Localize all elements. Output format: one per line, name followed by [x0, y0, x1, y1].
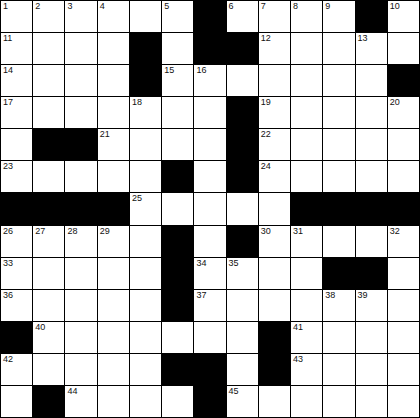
cell-r3c9[interactable] — [259, 65, 290, 96]
cell-r8c11[interactable] — [323, 226, 354, 257]
clue-number-31: 31 — [293, 226, 303, 237]
cell-r4c6[interactable] — [162, 97, 193, 128]
black-cell-r12c6 — [162, 354, 193, 385]
cell-r3c1[interactable]: 14 — [1, 65, 32, 96]
clue-number-23: 23 — [3, 161, 13, 172]
cell-r11c3[interactable] — [65, 322, 96, 353]
cell-r3c12[interactable] — [356, 65, 387, 96]
cell-r10c12[interactable]: 39 — [356, 290, 387, 321]
clue-number-22: 22 — [261, 129, 271, 140]
black-cell-r7c3 — [65, 193, 96, 224]
cell-r5c13[interactable] — [388, 129, 419, 160]
black-cell-r1c12 — [356, 1, 387, 32]
cell-r10c2[interactable] — [33, 290, 64, 321]
cell-r8c10[interactable]: 31 — [291, 226, 322, 257]
clue-number-39: 39 — [358, 290, 368, 301]
cell-r6c11[interactable] — [323, 161, 354, 192]
cell-r13c1[interactable] — [1, 386, 32, 417]
cell-r1c2[interactable]: 2 — [33, 1, 64, 32]
black-cell-r7c4 — [98, 193, 129, 224]
cell-r8c2[interactable]: 27 — [33, 226, 64, 257]
cell-r3c3[interactable] — [65, 65, 96, 96]
clue-number-35: 35 — [229, 258, 239, 269]
clue-number-30: 30 — [261, 226, 271, 237]
cell-r7c9[interactable] — [259, 193, 290, 224]
cell-r11c2[interactable]: 40 — [33, 322, 64, 353]
cell-r2c1[interactable]: 11 — [1, 33, 32, 64]
clue-number-18: 18 — [132, 97, 142, 108]
cell-r4c5[interactable]: 18 — [130, 97, 161, 128]
cell-r12c5[interactable] — [130, 354, 161, 385]
clue-number-17: 17 — [3, 97, 13, 108]
cell-r11c8[interactable] — [227, 322, 258, 353]
cell-r1c5[interactable] — [130, 1, 161, 32]
black-cell-r10c6 — [162, 290, 193, 321]
cell-r5c1[interactable] — [1, 129, 32, 160]
cell-r9c7[interactable]: 34 — [194, 258, 225, 289]
cell-r13c10[interactable] — [291, 386, 322, 417]
cell-r9c1[interactable]: 33 — [1, 258, 32, 289]
black-cell-r3c5 — [130, 65, 161, 96]
cell-r6c13[interactable] — [388, 161, 419, 192]
cell-r4c9[interactable]: 19 — [259, 97, 290, 128]
cell-r4c13[interactable]: 20 — [388, 97, 419, 128]
cell-r6c9[interactable]: 24 — [259, 161, 290, 192]
clue-number-2: 2 — [35, 1, 40, 12]
cell-r10c3[interactable] — [65, 290, 96, 321]
cell-r9c4[interactable] — [98, 258, 129, 289]
cell-r5c9[interactable]: 22 — [259, 129, 290, 160]
cell-r12c13[interactable] — [388, 354, 419, 385]
clue-number-5: 5 — [164, 1, 169, 12]
cell-r7c8[interactable] — [227, 193, 258, 224]
black-cell-r13c2 — [33, 386, 64, 417]
cell-r6c10[interactable] — [291, 161, 322, 192]
cell-r2c12[interactable]: 13 — [356, 33, 387, 64]
cell-r12c11[interactable] — [323, 354, 354, 385]
cell-r11c11[interactable] — [323, 322, 354, 353]
clue-number-13: 13 — [358, 33, 368, 44]
clue-number-10: 10 — [390, 1, 400, 12]
cell-r4c4[interactable] — [98, 97, 129, 128]
cell-r4c12[interactable] — [356, 97, 387, 128]
clue-number-6: 6 — [229, 1, 234, 12]
cell-r4c11[interactable] — [323, 97, 354, 128]
clue-number-14: 14 — [3, 65, 13, 76]
black-cell-r9c11 — [323, 258, 354, 289]
black-cell-r2c8 — [227, 33, 258, 64]
clue-number-20: 20 — [390, 97, 400, 108]
cell-r8c13[interactable]: 32 — [388, 226, 419, 257]
cell-r12c12[interactable] — [356, 354, 387, 385]
cell-r2c9[interactable]: 12 — [259, 33, 290, 64]
black-cell-r9c12 — [356, 258, 387, 289]
cell-r2c2[interactable] — [33, 33, 64, 64]
cell-r11c6[interactable] — [162, 322, 193, 353]
black-cell-r7c1 — [1, 193, 32, 224]
cell-r8c7[interactable] — [194, 226, 225, 257]
cell-r1c8[interactable]: 6 — [227, 1, 258, 32]
clue-number-27: 27 — [35, 226, 45, 237]
cell-r5c11[interactable] — [323, 129, 354, 160]
cell-r12c1[interactable]: 42 — [1, 354, 32, 385]
cell-r13c3[interactable]: 44 — [65, 386, 96, 417]
cell-r11c5[interactable] — [130, 322, 161, 353]
cell-r1c6[interactable]: 5 — [162, 1, 193, 32]
clue-number-37: 37 — [196, 290, 206, 301]
black-cell-r7c10 — [291, 193, 322, 224]
cell-r4c1[interactable]: 17 — [1, 97, 32, 128]
clue-number-43: 43 — [293, 354, 303, 365]
cell-r9c3[interactable] — [65, 258, 96, 289]
cell-r5c4[interactable]: 21 — [98, 129, 129, 160]
cell-r9c9[interactable] — [259, 258, 290, 289]
cell-r5c10[interactable] — [291, 129, 322, 160]
clue-number-12: 12 — [261, 33, 271, 44]
cell-r12c8[interactable] — [227, 354, 258, 385]
clue-number-38: 38 — [325, 290, 335, 301]
cell-r5c7[interactable] — [194, 129, 225, 160]
cell-r2c13[interactable] — [388, 33, 419, 64]
black-cell-r7c11 — [323, 193, 354, 224]
cell-r2c6[interactable] — [162, 33, 193, 64]
cell-r8c12[interactable] — [356, 226, 387, 257]
clue-number-34: 34 — [196, 258, 206, 269]
cell-r2c11[interactable] — [323, 33, 354, 64]
cell-r1c11[interactable]: 9 — [323, 1, 354, 32]
cell-r9c10[interactable] — [291, 258, 322, 289]
cell-r11c7[interactable] — [194, 322, 225, 353]
cell-r10c8[interactable] — [227, 290, 258, 321]
black-cell-r12c7 — [194, 354, 225, 385]
cell-r9c5[interactable] — [130, 258, 161, 289]
clue-number-19: 19 — [261, 97, 271, 108]
cell-r13c5[interactable] — [130, 386, 161, 417]
black-cell-r4c8 — [227, 97, 258, 128]
cell-r1c13[interactable]: 10 — [388, 1, 419, 32]
cell-r13c4[interactable] — [98, 386, 129, 417]
cell-r12c3[interactable] — [65, 354, 96, 385]
clue-number-24: 24 — [261, 161, 271, 172]
clue-number-4: 4 — [100, 1, 105, 12]
black-cell-r5c3 — [65, 129, 96, 160]
black-cell-r7c12 — [356, 193, 387, 224]
clue-number-3: 3 — [67, 1, 72, 12]
black-cell-r13c7 — [194, 386, 225, 417]
cell-r1c3[interactable]: 3 — [65, 1, 96, 32]
black-cell-r7c13 — [388, 193, 419, 224]
clue-number-7: 7 — [261, 1, 266, 12]
cell-r2c4[interactable] — [98, 33, 129, 64]
cell-r13c9[interactable] — [259, 386, 290, 417]
black-cell-r12c9 — [259, 354, 290, 385]
cell-r11c13[interactable] — [388, 322, 419, 353]
cell-r13c13[interactable] — [388, 386, 419, 417]
black-cell-r3c13 — [388, 65, 419, 96]
cell-r8c4[interactable]: 29 — [98, 226, 129, 257]
cell-r2c3[interactable] — [65, 33, 96, 64]
black-cell-r11c1 — [1, 322, 32, 353]
cell-r9c13[interactable] — [388, 258, 419, 289]
cell-r1c9[interactable]: 7 — [259, 1, 290, 32]
cell-r5c5[interactable] — [130, 129, 161, 160]
clue-number-41: 41 — [293, 322, 303, 333]
cell-r6c12[interactable] — [356, 161, 387, 192]
clue-number-45: 45 — [229, 386, 239, 397]
cell-r3c6[interactable]: 15 — [162, 65, 193, 96]
cell-r2c10[interactable] — [291, 33, 322, 64]
cell-r3c10[interactable] — [291, 65, 322, 96]
clue-number-11: 11 — [3, 33, 12, 44]
clue-number-15: 15 — [164, 65, 174, 76]
cell-r5c12[interactable] — [356, 129, 387, 160]
black-cell-r8c6 — [162, 226, 193, 257]
clue-number-36: 36 — [3, 290, 13, 301]
cell-r1c4[interactable]: 4 — [98, 1, 129, 32]
clue-number-42: 42 — [3, 354, 13, 365]
cell-r13c8[interactable]: 45 — [227, 386, 258, 417]
black-cell-r5c2 — [33, 129, 64, 160]
cell-r3c2[interactable] — [33, 65, 64, 96]
cell-r6c2[interactable] — [33, 161, 64, 192]
cell-r10c1[interactable]: 36 — [1, 290, 32, 321]
cell-r11c4[interactable] — [98, 322, 129, 353]
black-cell-r1c7 — [194, 1, 225, 32]
clue-number-32: 32 — [390, 226, 400, 237]
cell-r8c5[interactable] — [130, 226, 161, 257]
black-cell-r6c6 — [162, 161, 193, 192]
black-cell-r2c7 — [194, 33, 225, 64]
cell-r1c1[interactable]: 1 — [1, 1, 32, 32]
clue-number-25: 25 — [132, 193, 142, 204]
cell-r9c8[interactable]: 35 — [227, 258, 258, 289]
cell-r4c7[interactable] — [194, 97, 225, 128]
cell-r3c7[interactable]: 16 — [194, 65, 225, 96]
cell-r11c10[interactable]: 41 — [291, 322, 322, 353]
cell-r6c5[interactable] — [130, 161, 161, 192]
cell-r7c6[interactable] — [162, 193, 193, 224]
cell-r6c3[interactable] — [65, 161, 96, 192]
cell-r12c4[interactable] — [98, 354, 129, 385]
cell-r3c4[interactable] — [98, 65, 129, 96]
cell-r10c7[interactable]: 37 — [194, 290, 225, 321]
cell-r12c10[interactable]: 43 — [291, 354, 322, 385]
cell-r6c7[interactable] — [194, 161, 225, 192]
cell-r3c11[interactable] — [323, 65, 354, 96]
cell-r7c5[interactable]: 25 — [130, 193, 161, 224]
cell-r13c12[interactable] — [356, 386, 387, 417]
cell-r5c6[interactable] — [162, 129, 193, 160]
cell-r6c4[interactable] — [98, 161, 129, 192]
black-cell-r5c8 — [227, 129, 258, 160]
cell-r13c6[interactable] — [162, 386, 193, 417]
clue-number-44: 44 — [67, 386, 77, 397]
cell-r10c11[interactable]: 38 — [323, 290, 354, 321]
cell-r11c12[interactable] — [356, 322, 387, 353]
crossword-grid: 1234567891011121314151617181920212223242… — [0, 0, 420, 418]
cell-r12c2[interactable] — [33, 354, 64, 385]
clue-number-40: 40 — [35, 322, 45, 333]
cell-r6c1[interactable]: 23 — [1, 161, 32, 192]
cell-r4c2[interactable] — [33, 97, 64, 128]
black-cell-r7c2 — [33, 193, 64, 224]
black-cell-r2c5 — [130, 33, 161, 64]
cell-r13c11[interactable] — [323, 386, 354, 417]
clue-number-29: 29 — [100, 226, 110, 237]
black-cell-r8c8 — [227, 226, 258, 257]
black-cell-r6c8 — [227, 161, 258, 192]
clue-number-21: 21 — [100, 129, 110, 140]
cell-r8c3[interactable]: 28 — [65, 226, 96, 257]
cell-r8c1[interactable]: 26 — [1, 226, 32, 257]
clue-number-33: 33 — [3, 258, 13, 269]
cell-r4c3[interactable] — [65, 97, 96, 128]
cell-r10c13[interactable] — [388, 290, 419, 321]
cell-r10c5[interactable] — [130, 290, 161, 321]
black-cell-r11c9 — [259, 322, 290, 353]
clue-number-26: 26 — [3, 226, 13, 237]
cell-r10c4[interactable] — [98, 290, 129, 321]
cell-r1c10[interactable]: 8 — [291, 1, 322, 32]
black-cell-r9c6 — [162, 258, 193, 289]
cell-r7c7[interactable] — [194, 193, 225, 224]
cell-r9c2[interactable] — [33, 258, 64, 289]
cell-r3c8[interactable] — [227, 65, 258, 96]
clue-number-1: 1 — [3, 1, 8, 12]
cell-r10c9[interactable] — [259, 290, 290, 321]
cell-r10c10[interactable] — [291, 290, 322, 321]
cell-r8c9[interactable]: 30 — [259, 226, 290, 257]
clue-number-9: 9 — [325, 1, 330, 12]
clue-number-8: 8 — [293, 1, 298, 12]
cell-r4c10[interactable] — [291, 97, 322, 128]
clue-number-16: 16 — [196, 65, 206, 76]
clue-number-28: 28 — [67, 226, 77, 237]
